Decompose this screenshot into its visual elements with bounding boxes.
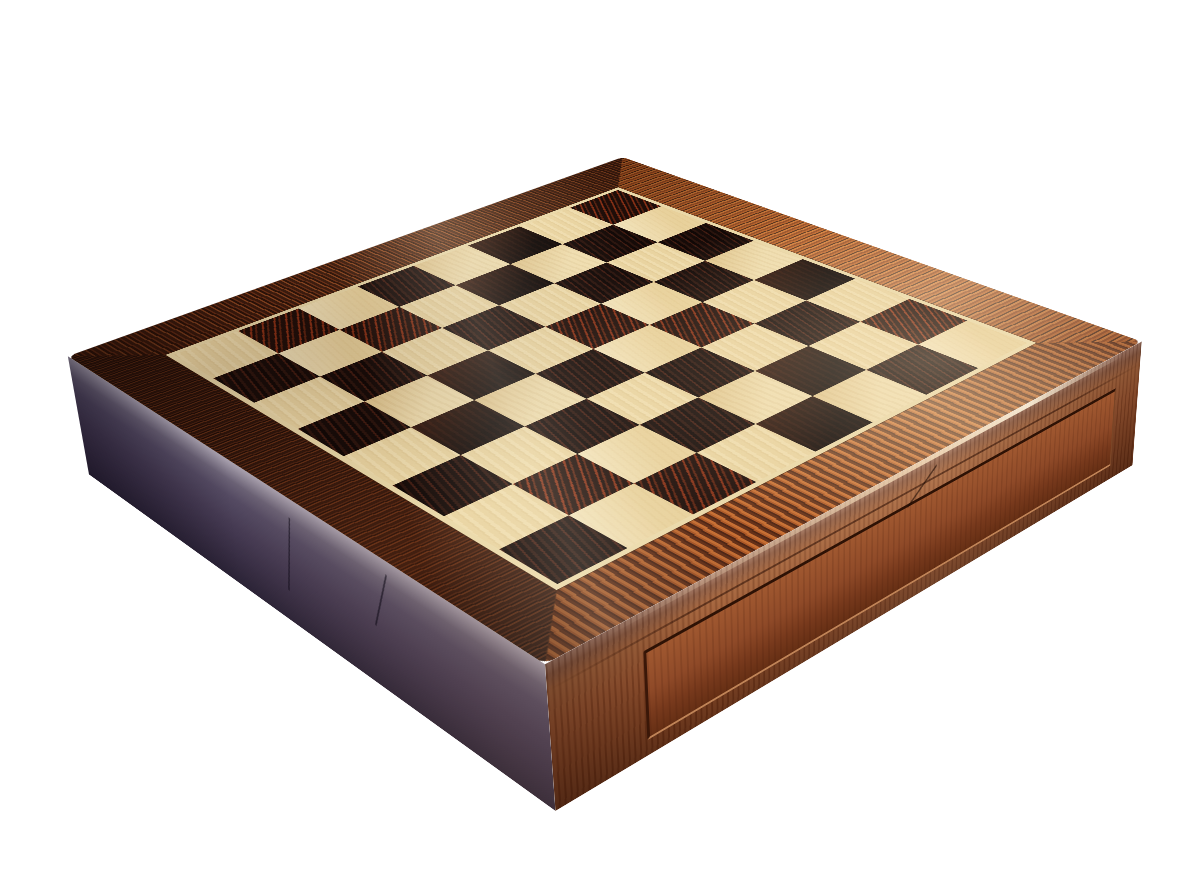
board-top-face [68, 157, 1142, 664]
chess-box [89, 259, 1133, 811]
scene [0, 0, 1200, 882]
photo-stage [0, 0, 1200, 882]
wood-crack [288, 517, 290, 591]
wood-crack [375, 574, 387, 626]
